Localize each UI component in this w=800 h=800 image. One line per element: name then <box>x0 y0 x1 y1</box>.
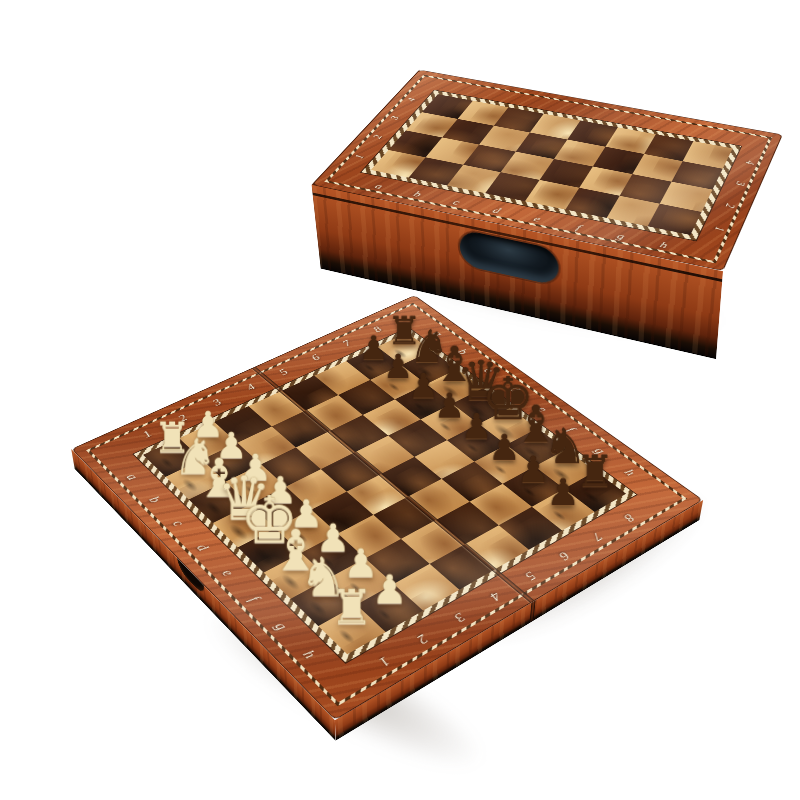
open-board-3d: abcdefgh abcdefgh 12345678 12345678 ♜♞♝♛… <box>71 295 703 720</box>
fold-seam-wall <box>530 600 536 622</box>
closed-case-3d: abcdefgh 1234 1234 <box>312 70 783 271</box>
piece-white-pawn: ♟ <box>316 519 350 557</box>
coordinate-label: d <box>471 199 522 222</box>
piece-white-pawn: ♟ <box>372 570 408 610</box>
box-square <box>408 157 463 185</box>
piece-black-pawn: ♟ <box>547 474 580 511</box>
box-square <box>648 203 702 234</box>
piece-white-rook: ♜ <box>330 583 373 631</box>
piece-white-queen: ♛ <box>217 468 271 528</box>
coordinate-label: 3 <box>717 174 764 194</box>
coordinate-label: e <box>512 208 563 231</box>
box-square <box>672 161 723 190</box>
box-square <box>660 182 712 212</box>
piece-white-pawn: ♟ <box>343 544 378 583</box>
open-chess-board: abcdefgh abcdefgh 12345678 12345678 ♜♞♝♛… <box>156 249 606 699</box>
coordinate-label: 1 <box>695 218 745 241</box>
closed-chess-case: abcdefgh 1234 1234 <box>349 34 759 284</box>
box-square <box>525 180 579 210</box>
coordinate-label: 2 <box>706 195 754 217</box>
piece-white-pawn: ♟ <box>290 495 324 533</box>
coordinate-label: c <box>431 191 481 213</box>
piece-white-king: ♚ <box>240 487 299 553</box>
box-square <box>565 187 619 217</box>
box-square <box>485 172 539 201</box>
piece-white-knight: ♞ <box>299 550 347 604</box>
box-square <box>683 141 733 168</box>
box-square <box>540 159 593 187</box>
piece-white-pawn: ♟ <box>264 472 297 509</box>
lid-rank-labels-right: 1234 <box>701 150 766 243</box>
box-square <box>447 164 502 193</box>
coordinate-label: a <box>354 176 404 198</box>
box-square <box>619 174 672 203</box>
piece-white-bishop: ♝ <box>271 522 321 578</box>
box-square <box>606 195 660 226</box>
box-square <box>579 166 632 195</box>
product-photo-stage: abcdefgh 1234 1234 abcdefgh abcdefgh <box>0 0 800 800</box>
coordinate-label: f <box>553 216 604 240</box>
coordinate-label: b <box>392 183 442 205</box>
